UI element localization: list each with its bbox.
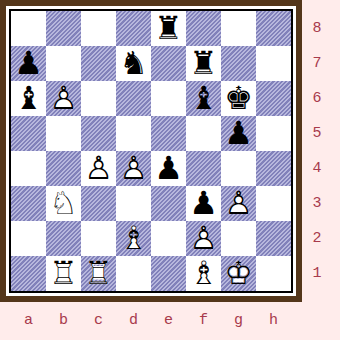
rank-label-1: 1: [302, 256, 332, 291]
file-label-f: f: [186, 303, 221, 339]
black-pawn[interactable]: ♟: [186, 186, 221, 221]
square-g2[interactable]: [221, 221, 256, 256]
white-knight[interactable]: ♞♘: [46, 186, 81, 221]
square-f3[interactable]: ♟: [186, 186, 221, 221]
black-pawn[interactable]: ♟: [221, 116, 256, 151]
black-rook[interactable]: ♜: [151, 11, 186, 46]
black-king[interactable]: ♚: [221, 81, 256, 116]
square-c3[interactable]: [81, 186, 116, 221]
piece-outline: ♙: [46, 81, 81, 116]
square-c1[interactable]: ♜♖: [81, 256, 116, 291]
square-b5[interactable]: [46, 116, 81, 151]
square-h2[interactable]: [256, 221, 291, 256]
black-pawn[interactable]: ♟: [11, 46, 46, 81]
square-c7[interactable]: [81, 46, 116, 81]
square-e7[interactable]: [151, 46, 186, 81]
piece-outline: ♙: [116, 151, 151, 186]
square-b2[interactable]: [46, 221, 81, 256]
piece-outline: ♗: [116, 221, 151, 256]
square-d4[interactable]: ♟♙: [116, 151, 151, 186]
square-b3[interactable]: ♞♘: [46, 186, 81, 221]
square-a6[interactable]: ♝: [11, 81, 46, 116]
board-grid: ♜♟♞♜♝♟♙♝♚♟♟♙♟♙♟♞♘♟♟♙♝♗♟♙♜♖♜♖♝♗♚♔: [11, 11, 291, 291]
piece-outline: ♙: [81, 151, 116, 186]
square-b7[interactable]: [46, 46, 81, 81]
rank-label-3: 3: [302, 186, 332, 221]
square-h1[interactable]: [256, 256, 291, 291]
square-c6[interactable]: [81, 81, 116, 116]
piece-outline: ♗: [186, 256, 221, 291]
square-e8[interactable]: ♜: [151, 11, 186, 46]
white-bishop[interactable]: ♝♗: [116, 221, 151, 256]
white-pawn[interactable]: ♟♙: [81, 151, 116, 186]
square-e5[interactable]: [151, 116, 186, 151]
square-a5[interactable]: [11, 116, 46, 151]
black-knight[interactable]: ♞: [116, 46, 151, 81]
square-h5[interactable]: [256, 116, 291, 151]
square-g5[interactable]: ♟: [221, 116, 256, 151]
file-label-d: d: [116, 303, 151, 339]
rank-label-4: 4: [302, 151, 332, 186]
square-c4[interactable]: ♟♙: [81, 151, 116, 186]
square-c8[interactable]: [81, 11, 116, 46]
white-king[interactable]: ♚♔: [221, 256, 256, 291]
square-c2[interactable]: [81, 221, 116, 256]
white-bishop[interactable]: ♝♗: [186, 256, 221, 291]
square-d8[interactable]: [116, 11, 151, 46]
rank-label-2: 2: [302, 221, 332, 256]
square-a8[interactable]: [11, 11, 46, 46]
square-h3[interactable]: [256, 186, 291, 221]
square-g4[interactable]: [221, 151, 256, 186]
square-d3[interactable]: [116, 186, 151, 221]
square-g8[interactable]: [221, 11, 256, 46]
rank-label-8: 8: [302, 11, 332, 46]
file-label-g: g: [221, 303, 256, 339]
white-pawn[interactable]: ♟♙: [46, 81, 81, 116]
square-a3[interactable]: [11, 186, 46, 221]
square-d6[interactable]: [116, 81, 151, 116]
file-label-b: b: [46, 303, 81, 339]
white-rook[interactable]: ♜♖: [46, 256, 81, 291]
square-b4[interactable]: [46, 151, 81, 186]
square-e4[interactable]: ♟: [151, 151, 186, 186]
square-g7[interactable]: [221, 46, 256, 81]
square-f7[interactable]: ♜: [186, 46, 221, 81]
square-g6[interactable]: ♚: [221, 81, 256, 116]
piece-outline: ♙: [186, 221, 221, 256]
square-b1[interactable]: ♜♖: [46, 256, 81, 291]
square-d2[interactable]: ♝♗: [116, 221, 151, 256]
square-a7[interactable]: ♟: [11, 46, 46, 81]
square-a2[interactable]: [11, 221, 46, 256]
square-f6[interactable]: ♝: [186, 81, 221, 116]
square-e6[interactable]: [151, 81, 186, 116]
square-f4[interactable]: [186, 151, 221, 186]
square-a1[interactable]: [11, 256, 46, 291]
square-h6[interactable]: [256, 81, 291, 116]
square-a4[interactable]: [11, 151, 46, 186]
file-labels: abcdefgh: [11, 303, 291, 339]
rank-labels: 87654321: [302, 11, 332, 291]
square-f1[interactable]: ♝♗: [186, 256, 221, 291]
square-e2[interactable]: [151, 221, 186, 256]
square-c5[interactable]: [81, 116, 116, 151]
chess-board: ♜♟♞♜♝♟♙♝♚♟♟♙♟♙♟♞♘♟♟♙♝♗♟♙♜♖♜♖♝♗♚♔: [0, 0, 302, 302]
square-h7[interactable]: [256, 46, 291, 81]
piece-outline: ♖: [81, 256, 116, 291]
rank-label-5: 5: [302, 116, 332, 151]
board-inner-frame: ♜♟♞♜♝♟♙♝♚♟♟♙♟♙♟♞♘♟♟♙♝♗♟♙♜♖♜♖♝♗♚♔: [6, 6, 296, 296]
square-d1[interactable]: [116, 256, 151, 291]
white-rook[interactable]: ♜♖: [81, 256, 116, 291]
file-label-e: e: [151, 303, 186, 339]
square-e1[interactable]: [151, 256, 186, 291]
black-rook[interactable]: ♜: [186, 46, 221, 81]
square-g1[interactable]: ♚♔: [221, 256, 256, 291]
square-f2[interactable]: ♟♙: [186, 221, 221, 256]
piece-outline: ♔: [221, 256, 256, 291]
square-f5[interactable]: [186, 116, 221, 151]
square-d7[interactable]: ♞: [116, 46, 151, 81]
piece-outline: ♙: [221, 186, 256, 221]
board-border: ♜♟♞♜♝♟♙♝♚♟♟♙♟♙♟♞♘♟♟♙♝♗♟♙♜♖♜♖♝♗♚♔: [9, 9, 293, 293]
square-f8[interactable]: [186, 11, 221, 46]
file-label-a: a: [11, 303, 46, 339]
square-h8[interactable]: [256, 11, 291, 46]
white-pawn[interactable]: ♟♙: [116, 151, 151, 186]
square-d5[interactable]: [116, 116, 151, 151]
rank-label-7: 7: [302, 46, 332, 81]
square-b8[interactable]: [46, 11, 81, 46]
square-b6[interactable]: ♟♙: [46, 81, 81, 116]
piece-outline: ♖: [46, 256, 81, 291]
file-label-h: h: [256, 303, 291, 339]
black-bishop[interactable]: ♝: [186, 81, 221, 116]
file-label-c: c: [81, 303, 116, 339]
square-g3[interactable]: ♟♙: [221, 186, 256, 221]
rank-label-6: 6: [302, 81, 332, 116]
white-pawn[interactable]: ♟♙: [186, 221, 221, 256]
black-bishop[interactable]: ♝: [11, 81, 46, 116]
white-pawn[interactable]: ♟♙: [221, 186, 256, 221]
piece-outline: ♘: [46, 186, 81, 221]
square-h4[interactable]: [256, 151, 291, 186]
black-pawn[interactable]: ♟: [151, 151, 186, 186]
square-e3[interactable]: [151, 186, 186, 221]
